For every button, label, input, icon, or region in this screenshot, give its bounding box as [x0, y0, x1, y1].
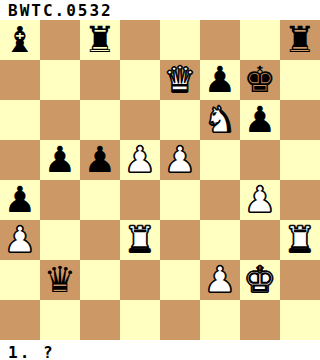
square-c4[interactable] — [80, 180, 120, 220]
square-d3[interactable]: ♜ — [120, 220, 160, 260]
square-d8[interactable] — [120, 20, 160, 60]
square-f2[interactable]: ♟ — [200, 260, 240, 300]
white-king: ♚ — [244, 260, 276, 300]
chess-board: ♝♜♜♛♟♚♞♟♟♟♟♟♟♟♟♜♜♛♟♚ — [0, 20, 320, 340]
square-h2[interactable] — [280, 260, 320, 300]
black-rook: ♜ — [284, 20, 316, 60]
white-pawn: ♟ — [4, 220, 36, 260]
square-d5[interactable]: ♟ — [120, 140, 160, 180]
square-b8[interactable] — [40, 20, 80, 60]
white-rook: ♜ — [284, 220, 316, 260]
square-a7[interactable] — [0, 60, 40, 100]
black-queen: ♛ — [44, 260, 76, 300]
square-f1[interactable] — [200, 300, 240, 340]
square-g4[interactable]: ♟ — [240, 180, 280, 220]
square-b4[interactable] — [40, 180, 80, 220]
black-king: ♚ — [244, 60, 276, 100]
square-a3[interactable]: ♟ — [0, 220, 40, 260]
black-pawn: ♟ — [84, 140, 116, 180]
square-f5[interactable] — [200, 140, 240, 180]
square-d6[interactable] — [120, 100, 160, 140]
square-g8[interactable] — [240, 20, 280, 60]
square-c1[interactable] — [80, 300, 120, 340]
square-d2[interactable] — [120, 260, 160, 300]
white-pawn: ♟ — [244, 180, 276, 220]
square-a8[interactable]: ♝ — [0, 20, 40, 60]
square-e3[interactable] — [160, 220, 200, 260]
black-pawn: ♟ — [244, 100, 276, 140]
square-h7[interactable] — [280, 60, 320, 100]
white-pawn: ♟ — [124, 140, 156, 180]
square-g6[interactable]: ♟ — [240, 100, 280, 140]
square-e6[interactable] — [160, 100, 200, 140]
square-f6[interactable]: ♞ — [200, 100, 240, 140]
square-a1[interactable] — [0, 300, 40, 340]
square-c5[interactable]: ♟ — [80, 140, 120, 180]
square-g1[interactable] — [240, 300, 280, 340]
square-f4[interactable] — [200, 180, 240, 220]
square-e8[interactable] — [160, 20, 200, 60]
square-b2[interactable]: ♛ — [40, 260, 80, 300]
white-knight: ♞ — [204, 100, 236, 140]
puzzle-id: BWTC.0532 — [0, 0, 320, 20]
square-f8[interactable] — [200, 20, 240, 60]
square-d7[interactable] — [120, 60, 160, 100]
square-e1[interactable] — [160, 300, 200, 340]
square-c7[interactable] — [80, 60, 120, 100]
square-h3[interactable]: ♜ — [280, 220, 320, 260]
square-e2[interactable] — [160, 260, 200, 300]
square-g2[interactable]: ♚ — [240, 260, 280, 300]
black-pawn: ♟ — [204, 60, 236, 100]
square-e4[interactable] — [160, 180, 200, 220]
black-pawn: ♟ — [44, 140, 76, 180]
square-g3[interactable] — [240, 220, 280, 260]
square-d4[interactable] — [120, 180, 160, 220]
move-prompt: 1. ? — [0, 340, 320, 360]
square-a2[interactable] — [0, 260, 40, 300]
square-b1[interactable] — [40, 300, 80, 340]
black-rook: ♜ — [84, 20, 116, 60]
square-c8[interactable]: ♜ — [80, 20, 120, 60]
square-h1[interactable] — [280, 300, 320, 340]
square-a5[interactable] — [0, 140, 40, 180]
black-bishop: ♝ — [4, 20, 36, 60]
square-h6[interactable] — [280, 100, 320, 140]
square-b6[interactable] — [40, 100, 80, 140]
square-c3[interactable] — [80, 220, 120, 260]
square-e5[interactable]: ♟ — [160, 140, 200, 180]
square-h5[interactable] — [280, 140, 320, 180]
square-g5[interactable] — [240, 140, 280, 180]
square-h8[interactable]: ♜ — [280, 20, 320, 60]
square-b5[interactable]: ♟ — [40, 140, 80, 180]
square-g7[interactable]: ♚ — [240, 60, 280, 100]
square-a4[interactable]: ♟ — [0, 180, 40, 220]
square-c6[interactable] — [80, 100, 120, 140]
square-d1[interactable] — [120, 300, 160, 340]
white-pawn: ♟ — [164, 140, 196, 180]
square-b7[interactable] — [40, 60, 80, 100]
square-h4[interactable] — [280, 180, 320, 220]
square-f7[interactable]: ♟ — [200, 60, 240, 100]
square-a6[interactable] — [0, 100, 40, 140]
white-rook: ♜ — [124, 220, 156, 260]
square-b3[interactable] — [40, 220, 80, 260]
square-c2[interactable] — [80, 260, 120, 300]
white-pawn: ♟ — [204, 260, 236, 300]
square-e7[interactable]: ♛ — [160, 60, 200, 100]
white-queen: ♛ — [164, 60, 196, 100]
black-pawn: ♟ — [4, 180, 36, 220]
square-f3[interactable] — [200, 220, 240, 260]
